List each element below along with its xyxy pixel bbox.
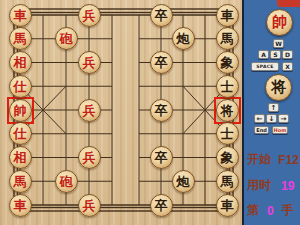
piece-black-advisor[interactable]: 士 [216,75,239,98]
piece-black-chariot[interactable]: 車 [216,194,239,217]
xiangqi-board[interactable]: 車馬相仕帥仕相馬車砲砲兵兵兵兵兵卒卒卒卒卒炮炮車馬象士将士象馬車 [0,0,242,225]
key-a: A [258,50,269,59]
move-number: 0 [267,204,274,218]
piece-black-elephant[interactable]: 象 [216,51,239,74]
xiangqi-app-window: 車馬相仕帥仕相馬車砲砲兵兵兵兵兵卒卒卒卒卒炮炮車馬象士将士象馬車 帥 W A S… [0,0,300,225]
piece-red-chariot[interactable]: 車 [9,194,32,217]
end-key: End [254,126,269,134]
move-counter: 第 0 手 [247,202,299,219]
arrow-up-key: ↑ [268,103,279,112]
start-label: 开始 [247,151,271,168]
piece-black-elephant[interactable]: 象 [216,146,239,169]
piece-red-advisor[interactable]: 仕 [9,75,32,98]
key-space: SPACE [251,62,279,71]
move-suffix: 手 [282,202,294,219]
piece-black-horse[interactable]: 馬 [216,170,239,193]
control-sidebar: 帥 W A S D SPACE X 将 ↑ ← ↓ → End Hom 开始 F… [242,0,300,225]
piece-black-cannon[interactable]: 炮 [172,27,195,50]
piece-black-horse[interactable]: 馬 [216,27,239,50]
piece-black-advisor[interactable]: 士 [216,122,239,145]
piece-red-chariot[interactable]: 車 [9,4,32,27]
piece-black-cannon[interactable]: 炮 [172,170,195,193]
piece-red-horse[interactable]: 馬 [9,170,32,193]
piece-red-soldier[interactable]: 兵 [78,99,101,122]
home-key: Hom [272,126,288,134]
piece-red-advisor[interactable]: 仕 [9,122,32,145]
key-s: S [270,50,281,59]
piece-black-soldier[interactable]: 卒 [150,194,173,217]
piece-red-elephant[interactable]: 相 [9,146,32,169]
piece-black-soldier[interactable]: 卒 [150,4,173,27]
piece-black-soldier[interactable]: 卒 [150,99,173,122]
piece-black-chariot[interactable]: 車 [216,4,239,27]
piece-black-soldier[interactable]: 卒 [150,146,173,169]
black-general-indicator: 将 [265,74,292,101]
piece-black-general[interactable]: 将 [216,99,239,122]
arrow-right-key: → [278,114,289,123]
arrow-left-key: ← [254,114,265,123]
piece-red-general[interactable]: 帥 [9,99,32,122]
move-prefix: 第 [247,202,259,219]
piece-red-soldier[interactable]: 兵 [78,51,101,74]
red-general-indicator: 帥 [266,9,293,36]
time-label: 用时 [247,177,271,194]
piece-red-soldier[interactable]: 兵 [78,4,101,27]
piece-red-cannon[interactable]: 砲 [55,27,78,50]
piece-red-soldier[interactable]: 兵 [78,146,101,169]
time-value: 19 [281,179,294,193]
key-x: X [282,62,293,71]
start-hint: 开始 F12 [247,151,299,168]
piece-red-horse[interactable]: 馬 [9,27,32,50]
piece-red-cannon[interactable]: 砲 [55,170,78,193]
key-w: W [273,39,284,48]
arrow-down-key: ↓ [266,114,277,123]
red-corner-badge [277,0,300,7]
board-grid-lines [0,0,242,225]
piece-red-soldier[interactable]: 兵 [78,194,101,217]
time-used: 用时 19 [247,177,299,194]
start-key-label: F12 [278,153,299,167]
piece-red-elephant[interactable]: 相 [9,51,32,74]
key-d: D [282,50,293,59]
piece-black-soldier[interactable]: 卒 [150,51,173,74]
